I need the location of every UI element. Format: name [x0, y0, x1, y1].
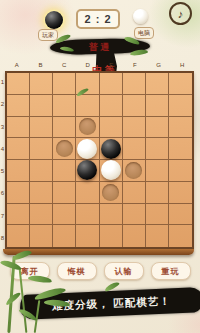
cell-a5[interactable] [7, 160, 30, 182]
cell-c1[interactable] [53, 73, 76, 95]
black-disc [77, 160, 97, 180]
legal-move-hint [102, 184, 119, 201]
cell-e2[interactable] [100, 95, 123, 117]
cell-a3[interactable] [7, 117, 30, 139]
legal-move-hint [56, 140, 73, 157]
cell-a8[interactable] [7, 225, 30, 247]
cell-h2[interactable] [169, 95, 192, 117]
cell-b8[interactable] [30, 225, 53, 247]
cell-c3[interactable] [53, 117, 76, 139]
score-display: 2 : 2 [76, 9, 120, 29]
cell-b2[interactable] [30, 95, 53, 117]
cell-g5[interactable] [146, 160, 169, 182]
resign-button[interactable]: 认输 [104, 262, 144, 280]
column-label-g: G [147, 62, 171, 70]
cell-e3[interactable] [100, 117, 123, 139]
cell-f4[interactable] [123, 138, 146, 160]
cell-f8[interactable] [123, 225, 146, 247]
cell-d2[interactable] [76, 95, 99, 117]
cell-b5[interactable] [30, 160, 53, 182]
column-label-e: E [100, 62, 124, 70]
cell-e5[interactable] [100, 160, 123, 182]
cell-g8[interactable] [146, 225, 169, 247]
computer-disc-indicator [133, 9, 148, 24]
black-disc [101, 139, 121, 159]
cell-d7[interactable] [76, 204, 99, 226]
cell-c7[interactable] [53, 204, 76, 226]
game-screen: 玩家 2 : 2 电脑 ♪ 普通 中等 困难 ABCDEFGH 12345678… [0, 0, 200, 333]
cell-e7[interactable] [100, 204, 123, 226]
column-label-h: H [170, 62, 194, 70]
cell-g3[interactable] [146, 117, 169, 139]
cell-f5[interactable] [123, 160, 146, 182]
column-labels: ABCDEFGH [5, 62, 194, 70]
cell-f3[interactable] [123, 117, 146, 139]
cell-b6[interactable] [30, 182, 53, 204]
white-disc [77, 139, 97, 159]
cell-a2[interactable] [7, 95, 30, 117]
difficulty-option-normal[interactable]: 普通 [83, 41, 117, 54]
legal-move-hint [125, 162, 142, 179]
cell-f6[interactable] [123, 182, 146, 204]
cell-c4[interactable] [53, 138, 76, 160]
cell-e1[interactable] [100, 73, 123, 95]
column-label-f: F [123, 62, 147, 70]
cell-a7[interactable] [7, 204, 30, 226]
cell-d3[interactable] [76, 117, 99, 139]
cell-a1[interactable] [7, 73, 30, 95]
cell-a4[interactable] [7, 138, 30, 160]
cell-b3[interactable] [30, 117, 53, 139]
cell-d6[interactable] [76, 182, 99, 204]
cell-g1[interactable] [146, 73, 169, 95]
player-disc-indicator [45, 11, 63, 29]
cell-h6[interactable] [169, 182, 192, 204]
cell-e8[interactable] [100, 225, 123, 247]
cell-d5[interactable] [76, 160, 99, 182]
computer-label: 电脑 [134, 27, 154, 39]
cell-c6[interactable] [53, 182, 76, 204]
cell-c8[interactable] [53, 225, 76, 247]
cell-f7[interactable] [123, 204, 146, 226]
cell-f1[interactable] [123, 73, 146, 95]
cell-c2[interactable] [53, 95, 76, 117]
legal-move-hint [79, 118, 96, 135]
cell-c5[interactable] [53, 160, 76, 182]
player-label: 玩家 [38, 29, 58, 41]
cell-b4[interactable] [30, 138, 53, 160]
cell-e4[interactable] [100, 138, 123, 160]
cell-d8[interactable] [76, 225, 99, 247]
cell-b7[interactable] [30, 204, 53, 226]
music-toggle-button[interactable]: ♪ [169, 2, 192, 25]
cell-a6[interactable] [7, 182, 30, 204]
replay-button[interactable]: 重玩 [151, 262, 191, 280]
cell-h1[interactable] [169, 73, 192, 95]
cell-f2[interactable] [123, 95, 146, 117]
cell-g2[interactable] [146, 95, 169, 117]
othello-board [5, 71, 194, 249]
column-label-c: C [52, 62, 76, 70]
cell-g6[interactable] [146, 182, 169, 204]
cell-h5[interactable] [169, 160, 192, 182]
cell-b1[interactable] [30, 73, 53, 95]
cell-g4[interactable] [146, 138, 169, 160]
cell-h8[interactable] [169, 225, 192, 247]
cell-d4[interactable] [76, 138, 99, 160]
column-label-d: D [76, 62, 100, 70]
cell-g7[interactable] [146, 204, 169, 226]
cell-h7[interactable] [169, 204, 192, 226]
music-note-icon: ♪ [178, 8, 184, 20]
cell-h4[interactable] [169, 138, 192, 160]
cell-h3[interactable] [169, 117, 192, 139]
column-label-b: B [29, 62, 53, 70]
undo-button[interactable]: 悔棋 [57, 262, 97, 280]
white-disc [101, 160, 121, 180]
column-label-a: A [5, 62, 29, 70]
cell-e6[interactable] [100, 182, 123, 204]
